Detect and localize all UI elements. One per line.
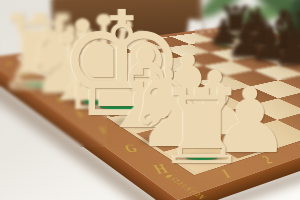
chess-photo-scene: ABCDEFGH12345678 ♞STAUNTON ♜♞♝♛♚♝♞♜♟♟♟♟♟… xyxy=(0,0,300,200)
rank-label-3: 3 xyxy=(296,142,300,154)
black-pawn-icon: ♟ xyxy=(272,23,300,73)
white-rook-icon: ♜ xyxy=(155,75,248,179)
